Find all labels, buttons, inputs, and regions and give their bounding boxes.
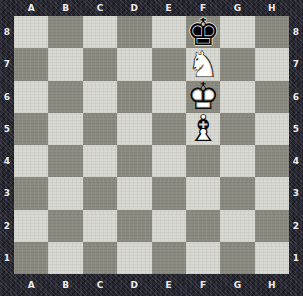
chess-board: ♚♞♘♚♔♝♗ xyxy=(14,16,289,274)
square-c1[interactable] xyxy=(83,242,117,274)
file-label-h: H xyxy=(255,274,289,296)
square-e5[interactable] xyxy=(152,113,186,145)
square-e1[interactable] xyxy=(152,242,186,274)
square-a6[interactable] xyxy=(14,81,48,113)
square-b4[interactable] xyxy=(48,145,82,177)
file-label-f: F xyxy=(186,0,220,16)
square-c4[interactable] xyxy=(83,145,117,177)
square-c2[interactable] xyxy=(83,210,117,242)
square-f6[interactable]: ♚♔ xyxy=(186,81,220,113)
square-h7[interactable] xyxy=(255,48,289,80)
rank-label-4: 4 xyxy=(0,145,14,177)
square-e3[interactable] xyxy=(152,177,186,209)
file-label-b: B xyxy=(48,0,82,16)
rank-label-7: 7 xyxy=(0,48,14,80)
file-label-c: C xyxy=(83,0,117,16)
square-f7[interactable]: ♞♘ xyxy=(186,48,220,80)
square-e7[interactable] xyxy=(152,48,186,80)
square-f4[interactable] xyxy=(186,145,220,177)
file-label-d: D xyxy=(117,274,151,296)
square-d3[interactable] xyxy=(117,177,151,209)
square-c5[interactable] xyxy=(83,113,117,145)
square-e8[interactable] xyxy=(152,16,186,48)
chessboard-frame: ABCDEFGH ABCDEFGH 87654321 87654321 ♚♞♘♚… xyxy=(0,0,303,296)
square-f8[interactable]: ♚ xyxy=(186,16,220,48)
file-label-h: H xyxy=(255,0,289,16)
square-e2[interactable] xyxy=(152,210,186,242)
piece-fill-glyph: ♞ xyxy=(186,48,220,80)
square-g1[interactable] xyxy=(220,242,254,274)
rank-label-8: 8 xyxy=(289,16,303,48)
rank-label-7: 7 xyxy=(289,48,303,80)
white-bishop-f5[interactable]: ♝♗ xyxy=(186,113,220,145)
square-b3[interactable] xyxy=(48,177,82,209)
square-h4[interactable] xyxy=(255,145,289,177)
file-labels-top: ABCDEFGH xyxy=(14,0,289,16)
piece-glyph: ♗ xyxy=(186,113,220,145)
square-h2[interactable] xyxy=(255,210,289,242)
file-label-c: C xyxy=(83,274,117,296)
square-f1[interactable] xyxy=(186,242,220,274)
file-label-f: F xyxy=(186,274,220,296)
square-f3[interactable] xyxy=(186,177,220,209)
square-d8[interactable] xyxy=(117,16,151,48)
piece-fill-glyph: ♝ xyxy=(186,113,220,145)
rank-label-1: 1 xyxy=(289,242,303,274)
square-g4[interactable] xyxy=(220,145,254,177)
square-a1[interactable] xyxy=(14,242,48,274)
rank-label-3: 3 xyxy=(289,177,303,209)
square-c3[interactable] xyxy=(83,177,117,209)
file-label-g: G xyxy=(220,0,254,16)
square-c6[interactable] xyxy=(83,81,117,113)
rank-labels-left: 87654321 xyxy=(0,16,14,274)
square-d1[interactable] xyxy=(117,242,151,274)
rank-label-5: 5 xyxy=(289,113,303,145)
square-a7[interactable] xyxy=(14,48,48,80)
file-labels-bottom: ABCDEFGH xyxy=(14,274,289,296)
square-d6[interactable] xyxy=(117,81,151,113)
piece-glyph: ♘ xyxy=(186,48,220,80)
rank-label-8: 8 xyxy=(0,16,14,48)
square-g2[interactable] xyxy=(220,210,254,242)
square-b7[interactable] xyxy=(48,48,82,80)
square-e4[interactable] xyxy=(152,145,186,177)
file-label-b: B xyxy=(48,274,82,296)
rank-label-1: 1 xyxy=(0,242,14,274)
file-label-e: E xyxy=(152,274,186,296)
square-e6[interactable] xyxy=(152,81,186,113)
file-label-a: A xyxy=(14,0,48,16)
square-d5[interactable] xyxy=(117,113,151,145)
square-f2[interactable] xyxy=(186,210,220,242)
square-b5[interactable] xyxy=(48,113,82,145)
square-h1[interactable] xyxy=(255,242,289,274)
white-knight-f7[interactable]: ♞♘ xyxy=(186,48,220,80)
rank-labels-right: 87654321 xyxy=(289,16,303,274)
square-g3[interactable] xyxy=(220,177,254,209)
square-b6[interactable] xyxy=(48,81,82,113)
square-b1[interactable] xyxy=(48,242,82,274)
square-h6[interactable] xyxy=(255,81,289,113)
white-king-f6[interactable]: ♚♔ xyxy=(186,81,220,113)
square-g7[interactable] xyxy=(220,48,254,80)
file-label-g: G xyxy=(220,274,254,296)
rank-label-2: 2 xyxy=(0,210,14,242)
piece-glyph: ♔ xyxy=(186,81,220,113)
square-d4[interactable] xyxy=(117,145,151,177)
black-king-f8[interactable]: ♚ xyxy=(186,16,220,48)
rank-label-6: 6 xyxy=(289,81,303,113)
rank-label-3: 3 xyxy=(0,177,14,209)
square-a5[interactable] xyxy=(14,113,48,145)
rank-label-5: 5 xyxy=(0,113,14,145)
file-label-d: D xyxy=(117,0,151,16)
square-h8[interactable] xyxy=(255,16,289,48)
square-d7[interactable] xyxy=(117,48,151,80)
square-h5[interactable] xyxy=(255,113,289,145)
square-g8[interactable] xyxy=(220,16,254,48)
file-label-e: E xyxy=(152,0,186,16)
rank-label-2: 2 xyxy=(289,210,303,242)
square-g6[interactable] xyxy=(220,81,254,113)
square-h3[interactable] xyxy=(255,177,289,209)
square-a4[interactable] xyxy=(14,145,48,177)
file-label-a: A xyxy=(14,274,48,296)
rank-label-6: 6 xyxy=(0,81,14,113)
square-c7[interactable] xyxy=(83,48,117,80)
square-a3[interactable] xyxy=(14,177,48,209)
square-c8[interactable] xyxy=(83,16,117,48)
piece-fill-glyph: ♚ xyxy=(186,81,220,113)
square-a2[interactable] xyxy=(14,210,48,242)
square-g5[interactable] xyxy=(220,113,254,145)
square-f5[interactable]: ♝♗ xyxy=(186,113,220,145)
square-a8[interactable] xyxy=(14,16,48,48)
square-b2[interactable] xyxy=(48,210,82,242)
square-d2[interactable] xyxy=(117,210,151,242)
piece-glyph: ♚ xyxy=(186,16,220,48)
square-b8[interactable] xyxy=(48,16,82,48)
rank-label-4: 4 xyxy=(289,145,303,177)
